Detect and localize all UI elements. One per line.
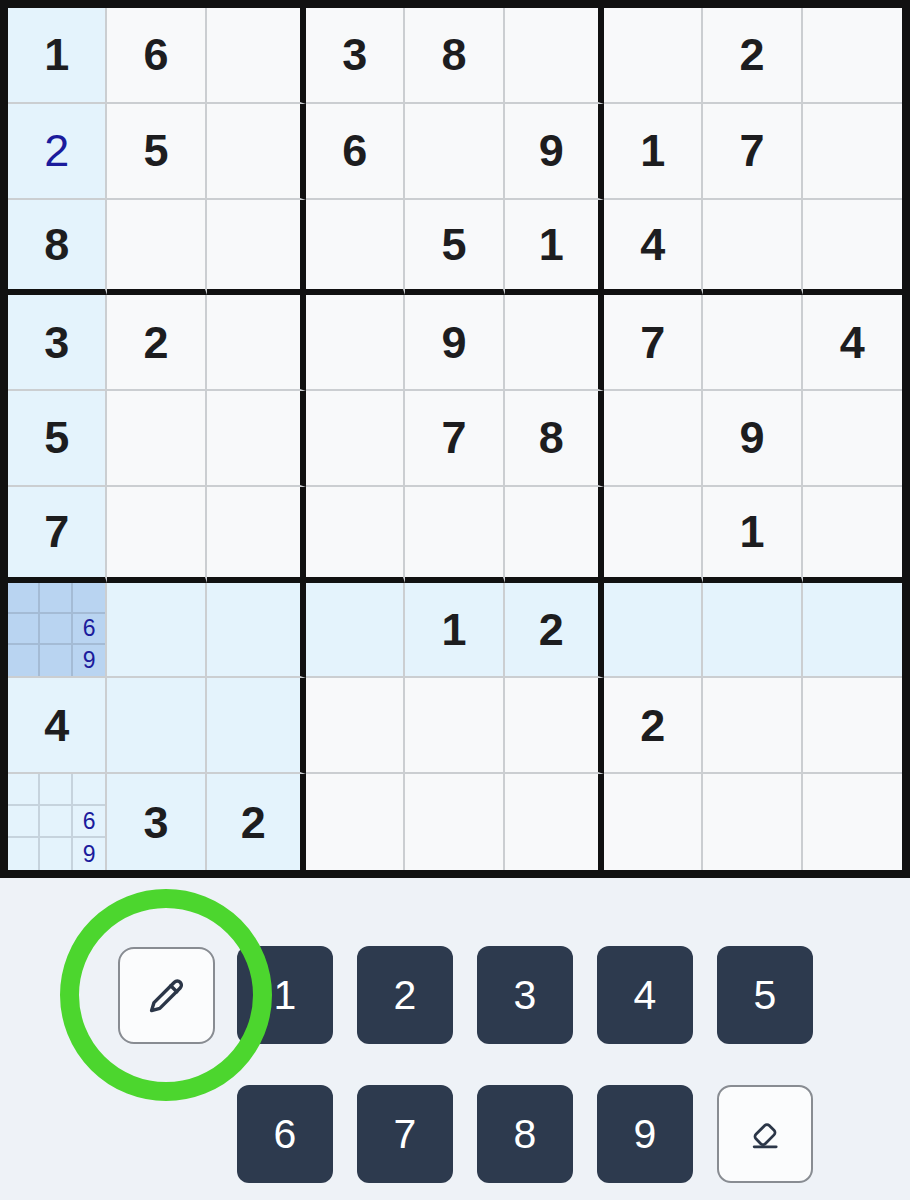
eraser-button[interactable] xyxy=(717,1085,813,1183)
pencil-notes: 69 xyxy=(8,774,105,870)
given-digit: 1 xyxy=(441,607,466,652)
cell-r6c3[interactable] xyxy=(207,487,306,583)
sudoku-app: 163822569178514329745789716912426932 1 2… xyxy=(0,0,910,1200)
cell-r3c1[interactable]: 8 xyxy=(8,200,107,296)
note-digit xyxy=(8,774,40,806)
cell-r1c8[interactable]: 2 xyxy=(703,8,802,104)
cell-r4c2[interactable]: 2 xyxy=(107,295,206,391)
given-digit: 5 xyxy=(441,222,466,267)
given-digit: 9 xyxy=(739,415,764,460)
cell-r1c1[interactable]: 1 xyxy=(8,8,107,104)
cell-r4c9[interactable]: 4 xyxy=(803,295,902,391)
cell-r7c2[interactable] xyxy=(107,583,206,679)
cell-r9c4[interactable] xyxy=(306,774,405,870)
num-button-8[interactable]: 8 xyxy=(477,1085,573,1183)
note-digit xyxy=(73,774,105,806)
num-button-9[interactable]: 9 xyxy=(597,1085,693,1183)
note-digit xyxy=(8,614,40,645)
cell-r6c9[interactable] xyxy=(803,487,902,583)
note-digit xyxy=(40,806,72,838)
given-digit: 4 xyxy=(840,320,865,365)
note-digit xyxy=(8,838,40,870)
cell-r1c5[interactable]: 8 xyxy=(405,8,504,104)
cell-r5c1[interactable]: 5 xyxy=(8,391,107,487)
cell-r5c3[interactable] xyxy=(207,391,306,487)
sudoku-board: 163822569178514329745789716912426932 xyxy=(0,0,910,878)
cell-r3c5[interactable]: 5 xyxy=(405,200,504,296)
given-digit: 6 xyxy=(342,128,367,173)
given-digit: 8 xyxy=(539,415,564,460)
given-digit: 7 xyxy=(640,320,665,365)
cell-r3c8[interactable] xyxy=(703,200,802,296)
cell-r7c7[interactable] xyxy=(604,583,703,679)
given-digit: 9 xyxy=(441,320,466,365)
note-digit xyxy=(8,806,40,838)
cell-r8c8[interactable] xyxy=(703,678,802,774)
cell-r8c3[interactable] xyxy=(207,678,306,774)
cell-r9c5[interactable] xyxy=(405,774,504,870)
user-digit: 2 xyxy=(44,128,69,173)
note-digit xyxy=(73,583,105,614)
cell-r1c3[interactable] xyxy=(207,8,306,104)
cell-r4c7[interactable]: 7 xyxy=(604,295,703,391)
cell-r9c7[interactable] xyxy=(604,774,703,870)
pencil-icon xyxy=(143,972,191,1020)
cell-r6c1[interactable]: 7 xyxy=(8,487,107,583)
note-digit: 6 xyxy=(73,614,105,645)
given-digit: 4 xyxy=(640,222,665,267)
given-digit: 9 xyxy=(539,128,564,173)
cell-r1c6[interactable] xyxy=(505,8,604,104)
cell-r6c6[interactable] xyxy=(505,487,604,583)
given-digit: 1 xyxy=(44,32,69,77)
cell-r4c4[interactable] xyxy=(306,295,405,391)
cell-r9c9[interactable] xyxy=(803,774,902,870)
given-digit: 8 xyxy=(44,222,69,267)
cell-r7c6[interactable]: 2 xyxy=(505,583,604,679)
given-digit: 1 xyxy=(640,128,665,173)
given-digit: 5 xyxy=(44,415,69,460)
cell-r7c3[interactable] xyxy=(207,583,306,679)
cell-r8c9[interactable] xyxy=(803,678,902,774)
cell-r9c3[interactable]: 2 xyxy=(207,774,306,870)
pencil-button[interactable] xyxy=(118,947,215,1044)
cell-r6c4[interactable] xyxy=(306,487,405,583)
given-digit: 3 xyxy=(44,320,69,365)
cell-r8c7[interactable]: 2 xyxy=(604,678,703,774)
given-digit: 7 xyxy=(441,415,466,460)
num-button-6[interactable]: 6 xyxy=(237,1085,333,1183)
note-digit: 6 xyxy=(73,806,105,838)
given-digit: 1 xyxy=(739,509,764,554)
given-digit: 5 xyxy=(143,128,168,173)
note-digit xyxy=(8,583,40,614)
cell-r2c5[interactable] xyxy=(405,104,504,200)
given-digit: 1 xyxy=(539,222,564,267)
cell-r3c4[interactable] xyxy=(306,200,405,296)
given-digit: 2 xyxy=(539,607,564,652)
cell-r8c2[interactable] xyxy=(107,678,206,774)
cell-r9c6[interactable] xyxy=(505,774,604,870)
cell-r1c4[interactable]: 3 xyxy=(306,8,405,104)
note-digit xyxy=(40,774,72,806)
cell-r5c5[interactable]: 7 xyxy=(405,391,504,487)
note-digit xyxy=(40,645,72,676)
note-digit xyxy=(8,645,40,676)
cell-r7c4[interactable] xyxy=(306,583,405,679)
pencil-notes: 69 xyxy=(8,583,105,677)
cell-r4c3[interactable] xyxy=(207,295,306,391)
num-button-7[interactable]: 7 xyxy=(357,1085,453,1183)
cell-r8c4[interactable] xyxy=(306,678,405,774)
note-digit xyxy=(40,583,72,614)
cell-r5c8[interactable]: 9 xyxy=(703,391,802,487)
cell-r9c1[interactable]: 69 xyxy=(8,774,107,870)
given-digit: 6 xyxy=(143,32,168,77)
cell-r9c2[interactable]: 3 xyxy=(107,774,206,870)
given-digit: 8 xyxy=(441,32,466,77)
cell-r1c9[interactable] xyxy=(803,8,902,104)
cell-r5c7[interactable] xyxy=(604,391,703,487)
cell-r4c5[interactable]: 9 xyxy=(405,295,504,391)
given-digit: 2 xyxy=(739,32,764,77)
cell-r1c7[interactable] xyxy=(604,8,703,104)
cell-r2c2[interactable]: 5 xyxy=(107,104,206,200)
cell-r4c1[interactable]: 3 xyxy=(8,295,107,391)
num-button-3[interactable]: 3 xyxy=(477,946,573,1044)
note-digit xyxy=(40,838,72,870)
cell-r2c1[interactable]: 2 xyxy=(8,104,107,200)
cell-r3c3[interactable] xyxy=(207,200,306,296)
cell-r5c4[interactable] xyxy=(306,391,405,487)
cell-r5c6[interactable]: 8 xyxy=(505,391,604,487)
cell-r6c5[interactable] xyxy=(405,487,504,583)
given-digit: 4 xyxy=(44,703,69,748)
cell-r7c9[interactable] xyxy=(803,583,902,679)
cell-r4c8[interactable] xyxy=(703,295,802,391)
note-digit: 9 xyxy=(73,838,105,870)
note-digit: 9 xyxy=(73,645,105,676)
cell-r8c6[interactable] xyxy=(505,678,604,774)
given-digit: 3 xyxy=(342,32,367,77)
cell-r6c2[interactable] xyxy=(107,487,206,583)
cell-r2c3[interactable] xyxy=(207,104,306,200)
num-button-5[interactable]: 5 xyxy=(717,946,813,1044)
given-digit: 7 xyxy=(739,128,764,173)
cell-r8c1[interactable]: 4 xyxy=(8,678,107,774)
cell-r3c2[interactable] xyxy=(107,200,206,296)
cell-r3c7[interactable]: 4 xyxy=(604,200,703,296)
given-digit: 3 xyxy=(143,800,168,845)
cell-r9c8[interactable] xyxy=(703,774,802,870)
cell-r7c1[interactable]: 69 xyxy=(8,583,107,679)
num-button-1[interactable]: 1 xyxy=(237,946,333,1044)
given-digit: 2 xyxy=(640,703,665,748)
given-digit: 2 xyxy=(241,800,266,845)
cell-r5c9[interactable] xyxy=(803,391,902,487)
cell-r6c8[interactable]: 1 xyxy=(703,487,802,583)
cell-r2c8[interactable]: 7 xyxy=(703,104,802,200)
given-digit: 7 xyxy=(44,509,69,554)
cell-r2c6[interactable]: 9 xyxy=(505,104,604,200)
cell-r7c5[interactable]: 1 xyxy=(405,583,504,679)
num-button-2[interactable]: 2 xyxy=(357,946,453,1044)
cell-r7c8[interactable] xyxy=(703,583,802,679)
cell-r3c9[interactable] xyxy=(803,200,902,296)
given-digit: 2 xyxy=(143,320,168,365)
cell-r8c5[interactable] xyxy=(405,678,504,774)
eraser-icon xyxy=(741,1110,789,1158)
cell-r5c2[interactable] xyxy=(107,391,206,487)
num-button-4[interactable]: 4 xyxy=(597,946,693,1044)
cell-r1c2[interactable]: 6 xyxy=(107,8,206,104)
cell-r3c6[interactable]: 1 xyxy=(505,200,604,296)
cell-r2c4[interactable]: 6 xyxy=(306,104,405,200)
cell-r4c6[interactable] xyxy=(505,295,604,391)
cell-r2c7[interactable]: 1 xyxy=(604,104,703,200)
note-digit xyxy=(40,614,72,645)
cell-r6c7[interactable] xyxy=(604,487,703,583)
cell-r2c9[interactable] xyxy=(803,104,902,200)
